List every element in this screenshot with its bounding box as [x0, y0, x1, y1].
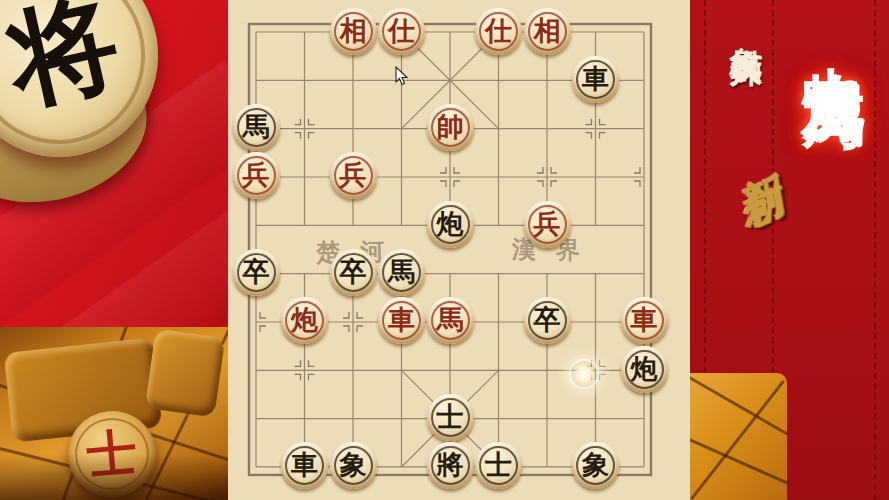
piece-glyph: 帥 [437, 114, 464, 141]
piece-glyph: 將 [437, 452, 464, 479]
photo-shadow [0, 454, 228, 500]
photo-grid-line [690, 380, 785, 500]
piece-glyph: 仕 [485, 18, 512, 45]
banner-script-word: 创新 [711, 140, 765, 164]
piece-glyph: 士 [437, 404, 464, 431]
right-banner-panel: 象棋大师 创新 中炮对屏风马 [690, 0, 889, 500]
piece-red-仕[interactable]: 仕 [378, 8, 425, 55]
piece-red-相[interactable]: 相 [330, 8, 377, 55]
stone-relief [145, 329, 225, 418]
piece-red-相[interactable]: 相 [524, 8, 571, 55]
piece-black-炮[interactable]: 炮 [427, 201, 474, 248]
piece-glyph: 炮 [291, 307, 318, 334]
piece-glyph: 卒 [340, 259, 367, 286]
piece-black-卒[interactable]: 卒 [233, 249, 280, 296]
piece-red-兵[interactable]: 兵 [330, 152, 377, 199]
piece-glyph: 車 [582, 66, 609, 93]
piece-glyph: 兵 [340, 162, 367, 189]
piece-glyph: 兵 [243, 162, 270, 189]
piece-black-卒[interactable]: 卒 [330, 249, 377, 296]
piece-glyph: 相 [534, 18, 561, 45]
piece-glyph: 炮 [631, 356, 658, 383]
piece-red-帥[interactable]: 帥 [427, 104, 474, 151]
banner-photo-notch [690, 373, 787, 500]
piece-glyph: 馬 [388, 259, 415, 286]
piece-red-馬[interactable]: 馬 [427, 297, 474, 344]
piece-black-卒[interactable]: 卒 [524, 297, 571, 344]
piece-black-士[interactable]: 士 [427, 394, 474, 441]
dashed-divider [704, 0, 706, 373]
photo-grid-line [690, 373, 787, 454]
banner-main-title: 中炮对屏风马 [790, 16, 876, 52]
piece-black-馬[interactable]: 馬 [233, 104, 280, 151]
left-decor-panel: 将 士 [0, 0, 228, 500]
banner-subtitle: 象棋大师 [723, 20, 768, 32]
piece-black-車[interactable]: 車 [572, 56, 619, 103]
piece-red-車[interactable]: 車 [621, 297, 668, 344]
piece-red-兵[interactable]: 兵 [524, 201, 571, 248]
screenshot-root: 将 士 楚河 漢界 相仕仕相車馬帥兵兵炮兵卒卒馬炮車馬卒車炮士車象將士象 象 [0, 0, 889, 500]
piece-black-將[interactable]: 將 [427, 442, 474, 489]
photo-grid-line [690, 433, 787, 500]
piece-glyph: 馬 [243, 114, 270, 141]
piece-glyph: 兵 [534, 211, 561, 238]
piece-glyph: 象 [340, 452, 367, 479]
piece-glyph: 車 [631, 307, 658, 334]
piece-glyph: 卒 [534, 307, 561, 334]
piece-glyph: 車 [291, 452, 318, 479]
piece-black-炮[interactable]: 炮 [621, 346, 668, 393]
piece-glyph: 象 [582, 452, 609, 479]
piece-glyph: 士 [485, 452, 512, 479]
board-photo-collage: 士 [0, 327, 228, 500]
piece-black-象[interactable]: 象 [330, 442, 377, 489]
piece-glyph: 炮 [437, 211, 464, 238]
dashed-divider [772, 0, 774, 373]
mouse-cursor-icon [395, 66, 409, 86]
dashed-divider [874, 0, 876, 500]
piece-glyph: 卒 [243, 259, 270, 286]
piece-glyph: 馬 [437, 307, 464, 334]
xiangqi-board[interactable]: 楚河 漢界 相仕仕相車馬帥兵兵炮兵卒卒馬炮車馬卒車炮士車象將士象 [228, 0, 690, 500]
piece-red-兵[interactable]: 兵 [233, 152, 280, 199]
piece-red-仕[interactable]: 仕 [475, 8, 522, 55]
move-indicator-dot [569, 359, 599, 389]
jiang-glyph: 将 [0, 0, 133, 135]
piece-glyph: 仕 [388, 18, 415, 45]
piece-glyph: 車 [388, 307, 415, 334]
piece-glyph: 相 [340, 18, 367, 45]
piece-black-馬[interactable]: 馬 [378, 249, 425, 296]
